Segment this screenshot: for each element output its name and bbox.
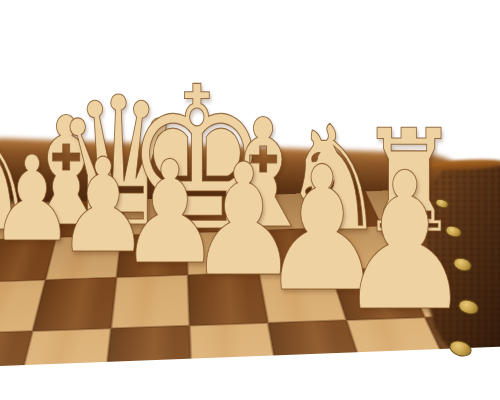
scene: ♞♝♛♚♝♞♜♟♟♟♟♟♟ — [0, 0, 500, 400]
pieces-layer: ♞♝♛♚♝♞♜♟♟♟♟♟♟ — [0, 0, 500, 400]
piece-white-pawn-g2[interactable]: ♟ — [329, 148, 481, 338]
